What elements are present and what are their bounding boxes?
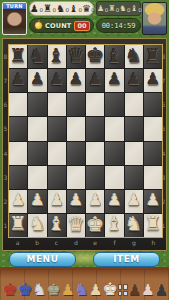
black-bishop-icon: ♝ (69, 3, 78, 14)
black-rook-icon: ♜ (43, 3, 52, 14)
square-a4[interactable] (9, 142, 27, 165)
square-d5[interactable] (67, 117, 85, 140)
square-e7[interactable]: ♟ (86, 69, 104, 92)
square-f3[interactable] (105, 166, 123, 189)
black-king: ♚ (86, 45, 104, 65)
square-e8[interactable]: ♚ (86, 45, 104, 68)
square-c3[interactable] (48, 166, 66, 189)
square-d6[interactable] (67, 93, 85, 116)
black-knight-icon: ♞ (56, 3, 65, 14)
gold-figure: ♟ (61, 283, 74, 298)
black-pawn: ♟ (11, 71, 25, 87)
square-b6[interactable] (28, 93, 46, 116)
square-g7[interactable]: ♟ (125, 69, 143, 92)
white-king: ♚ (86, 214, 104, 234)
black-rook: ♜ (144, 46, 161, 65)
timer-bar: 00:14:59 (96, 18, 141, 33)
game-timer: 00:14:59 (102, 22, 136, 30)
item-button[interactable]: ITEM (93, 252, 160, 267)
count-value-badge: 00 (74, 21, 89, 31)
captured-black-queen: ♛0 (82, 3, 95, 14)
square-h6[interactable] (144, 93, 162, 116)
chess-board: 87654321 87654321 ♜♞♝♛♚♝♞♜♟♟♟♟♟♟♟♟♟♟♟♟♟♟… (2, 38, 167, 251)
count-bar: COUNT 00 (29, 18, 94, 33)
square-d7[interactable]: ♟ (67, 69, 85, 92)
black-knight: ♞ (29, 46, 46, 65)
white-pawn: ♟ (126, 192, 140, 208)
file-label-a: a (8, 236, 27, 249)
square-f5[interactable] (105, 117, 123, 140)
white-knight: ♞ (125, 214, 142, 233)
square-g1[interactable]: ♞ (125, 214, 143, 237)
square-f2[interactable]: ♟ (105, 190, 123, 213)
square-d1[interactable]: ♛ (67, 214, 85, 237)
square-b3[interactable] (28, 166, 46, 189)
square-h3[interactable] (144, 166, 162, 189)
file-label-g: g (124, 236, 143, 249)
blue-king-figure: ♚ (17, 281, 32, 298)
square-f1[interactable]: ♝ (105, 214, 123, 237)
square-a2[interactable]: ♟ (9, 190, 27, 213)
white-pawn-icon: ♟ (97, 3, 104, 14)
file-label-f: f (105, 236, 124, 249)
silver-crown-figure: ♚ (47, 282, 61, 298)
file-labels: abcdefgh (8, 236, 163, 249)
black-rook: ♜ (10, 46, 27, 65)
square-b4[interactable] (28, 142, 46, 165)
square-c5[interactable] (48, 117, 66, 140)
square-h7[interactable]: ♟ (144, 69, 162, 92)
captured-white-pieces-tray: ♟0♜0♞0♝0♛0 (96, 1, 141, 16)
white-bishop: ♝ (48, 214, 65, 233)
square-h1[interactable]: ♜ (144, 214, 162, 237)
white-bishop: ♝ (106, 214, 123, 233)
black-pawn: ♟ (49, 71, 63, 87)
square-e6[interactable] (86, 93, 104, 116)
right-player-avatar (142, 2, 167, 35)
square-g5[interactable] (125, 117, 143, 140)
white-rook: ♜ (144, 214, 161, 233)
left-player-avatar: TURN (2, 2, 27, 35)
white-pawn: ♟ (146, 192, 160, 208)
black-pawn: ♟ (69, 71, 83, 87)
square-h4[interactable] (144, 142, 162, 165)
stopwatch-icon (34, 21, 43, 30)
square-c4[interactable] (48, 142, 66, 165)
square-e5[interactable] (86, 117, 104, 140)
captured-count: 0 (91, 7, 95, 14)
square-c7[interactable]: ♟ (48, 69, 66, 92)
white-pawn: ♟ (88, 192, 102, 208)
square-d3[interactable] (67, 166, 85, 189)
square-e4[interactable] (86, 142, 104, 165)
black-pawn-icon: ♟ (30, 3, 39, 14)
white-bishop-icon: ♝ (131, 3, 138, 14)
square-b7[interactable]: ♟ (28, 69, 46, 92)
square-c8[interactable]: ♝ (48, 45, 66, 68)
square-d2[interactable]: ♟ (67, 190, 85, 213)
black-pawn: ♟ (155, 283, 168, 298)
square-a7[interactable]: ♟ (9, 69, 27, 92)
black-pawn: ♟ (146, 71, 160, 87)
white-pawn: ♟ (11, 192, 25, 208)
black-bishop: ♝ (48, 46, 65, 65)
white-rook: ♜ (10, 214, 27, 233)
square-h8[interactable]: ♜ (144, 45, 162, 68)
square-c6[interactable] (48, 93, 66, 116)
square-e1[interactable]: ♚ (86, 214, 104, 237)
menu-button[interactable]: MENU (9, 252, 76, 267)
square-g8[interactable]: ♞ (125, 45, 143, 68)
captured-black-pieces-tray: ♟0♜0♞0♝0♛0 (29, 1, 94, 16)
square-d8[interactable]: ♛ (67, 45, 85, 68)
black-queen: ♛ (67, 45, 85, 65)
white-pawn: ♟ (49, 192, 63, 208)
captured-white-knight: ♞0 (119, 3, 130, 14)
square-c2[interactable]: ♟ (48, 190, 66, 213)
file-label-d: d (66, 236, 85, 249)
white-knight: ♞ (29, 214, 46, 233)
card-set (118, 284, 128, 296)
square-a1[interactable]: ♜ (9, 214, 27, 237)
square-b5[interactable] (28, 117, 46, 140)
file-label-b: b (27, 236, 46, 249)
white-king: ♚ (102, 281, 117, 298)
board-grid: ♜♞♝♛♚♝♞♜♟♟♟♟♟♟♟♟♟♟♟♟♟♟♟♟♜♞♝♛♚♝♞♜ (8, 44, 163, 238)
square-g3[interactable] (125, 166, 143, 189)
file-label-h: h (144, 236, 163, 249)
captured-black-rook: ♜0 (43, 3, 56, 14)
piece-skin-tray: ♚♚♞♚♟♞♟♚♟♟♟♚ (0, 267, 169, 300)
black-pawn: ♟ (126, 71, 140, 87)
square-a3[interactable] (9, 166, 27, 189)
white-knight-icon: ♞ (119, 3, 126, 14)
white-pawn: ♟ (30, 192, 44, 208)
white-pawn: ♟ (107, 192, 121, 208)
brown-king: ♚ (168, 282, 169, 298)
white-rabbit-figure: ♞ (33, 282, 47, 298)
black-pawn: ♟ (30, 71, 44, 87)
square-g4[interactable] (125, 142, 143, 165)
square-f6[interactable] (105, 93, 123, 116)
captured-white-rook: ♜0 (108, 3, 119, 14)
square-a5[interactable] (9, 117, 27, 140)
black-knight: ♞ (125, 46, 142, 65)
white-rook-icon: ♜ (108, 3, 115, 14)
captured-black-bishop: ♝0 (69, 3, 82, 14)
black-queen-icon: ♛ (82, 3, 91, 14)
cream-pawn: ♟ (89, 283, 102, 298)
captured-white-pawn: ♟0 (97, 3, 108, 14)
square-f4[interactable] (105, 142, 123, 165)
square-f8[interactable]: ♝ (105, 45, 123, 68)
chess-app-screen: TURN ♟0♜0♞0♝0♛0 ♟0♜0♞0♝0♛0 COUNT 00 00:1… (0, 0, 169, 300)
white-pawn: ♟ (69, 192, 83, 208)
captured-black-knight: ♞0 (56, 3, 69, 14)
square-c1[interactable]: ♝ (48, 214, 66, 237)
square-b1[interactable]: ♞ (28, 214, 46, 237)
square-g6[interactable] (125, 93, 143, 116)
red-king-figure: ♚ (2, 281, 17, 298)
count-label: COUNT (45, 22, 71, 30)
captured-black-pawn: ♟0 (30, 3, 43, 14)
file-label-e: e (86, 236, 105, 249)
square-a6[interactable] (9, 93, 27, 116)
file-label-c: c (47, 236, 66, 249)
square-b8[interactable]: ♞ (28, 45, 46, 68)
square-e2[interactable]: ♟ (86, 190, 104, 213)
square-h5[interactable] (144, 117, 162, 140)
square-g2[interactable]: ♟ (125, 190, 143, 213)
square-e3[interactable] (86, 166, 104, 189)
square-d4[interactable] (67, 142, 85, 165)
captured-white-bishop: ♝0 (131, 3, 142, 14)
dark-brown-pawn: ♟ (128, 283, 141, 298)
turn-indicator: TURN (3, 3, 26, 9)
pink-pawn: ♟ (141, 283, 154, 298)
square-b2[interactable]: ♟ (28, 190, 46, 213)
square-f7[interactable]: ♟ (105, 69, 123, 92)
black-pawn: ♟ (107, 71, 121, 87)
black-bishop: ♝ (106, 46, 123, 65)
white-queen: ♛ (67, 214, 85, 234)
black-pawn: ♟ (88, 71, 102, 87)
square-h2[interactable]: ♟ (144, 190, 162, 213)
blue-knight-figure: ♞ (75, 282, 89, 298)
square-a8[interactable]: ♜ (9, 45, 27, 68)
